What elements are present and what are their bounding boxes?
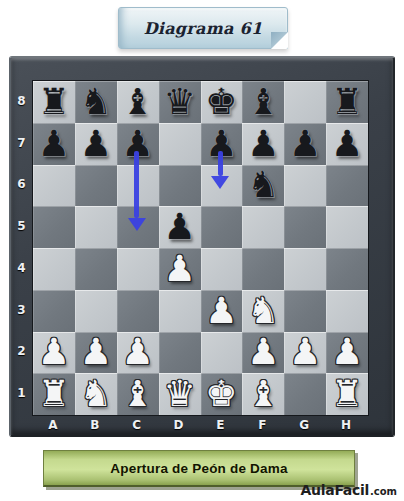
square-c6 <box>117 165 159 207</box>
square-h7: ♟ <box>326 123 368 165</box>
black-knight: ♞ <box>80 84 112 120</box>
black-pawn: ♟ <box>38 126 70 162</box>
square-d7 <box>159 123 201 165</box>
rank-label-3: 3 <box>11 289 32 331</box>
watermark-brand: AulaFacil <box>301 482 369 498</box>
square-e4 <box>201 248 243 290</box>
black-rook: ♜ <box>38 84 70 120</box>
square-h6 <box>326 165 368 207</box>
square-c3 <box>117 290 159 332</box>
square-h5 <box>326 206 368 248</box>
square-g5 <box>284 206 326 248</box>
square-b5 <box>75 206 117 248</box>
square-c8: ♝ <box>117 81 159 123</box>
square-c2: ♟ <box>117 332 159 374</box>
file-label-f: F <box>241 414 283 435</box>
white-king: ♚ <box>205 376 237 412</box>
square-d6 <box>159 165 201 207</box>
square-g7: ♟ <box>284 123 326 165</box>
square-b8: ♞ <box>75 81 117 123</box>
file-label-a: A <box>32 414 74 435</box>
square-g2: ♟ <box>284 332 326 374</box>
square-c4 <box>117 248 159 290</box>
black-pawn: ♟ <box>122 126 154 162</box>
folded-corner-icon <box>271 32 288 49</box>
square-g1 <box>284 373 326 415</box>
white-pawn: ♟ <box>289 334 321 370</box>
square-f2: ♟ <box>242 332 284 374</box>
square-f3: ♞ <box>242 290 284 332</box>
square-g8 <box>284 81 326 123</box>
black-knight: ♞ <box>247 167 279 203</box>
square-f1: ♝ <box>242 373 284 415</box>
square-d8: ♛ <box>159 81 201 123</box>
square-e7: ♟ <box>201 123 243 165</box>
black-pawn: ♟ <box>80 126 112 162</box>
square-h4 <box>326 248 368 290</box>
square-g4 <box>284 248 326 290</box>
white-pawn: ♟ <box>205 293 237 329</box>
square-d2 <box>159 332 201 374</box>
square-e2 <box>201 332 243 374</box>
square-b3 <box>75 290 117 332</box>
rank-label-1: 1 <box>11 372 32 414</box>
diagram-title-plaque: Diagrama 61 <box>118 7 288 49</box>
square-a2: ♟ <box>33 332 75 374</box>
rank-label-4: 4 <box>11 247 32 289</box>
watermark: AulaFacil .com <box>301 482 397 498</box>
file-label-b: B <box>74 414 116 435</box>
square-d5: ♟ <box>159 206 201 248</box>
black-rook: ♜ <box>331 84 363 120</box>
black-bishop: ♝ <box>122 84 154 120</box>
square-f6: ♞ <box>242 165 284 207</box>
black-pawn: ♟ <box>331 126 363 162</box>
black-king: ♚ <box>205 84 237 120</box>
black-bishop: ♝ <box>247 84 279 120</box>
file-label-h: H <box>325 414 367 435</box>
square-f7: ♟ <box>242 123 284 165</box>
white-pawn: ♟ <box>80 334 112 370</box>
black-pawn: ♟ <box>205 126 237 162</box>
square-b4 <box>75 248 117 290</box>
square-f5 <box>242 206 284 248</box>
square-e1: ♚ <box>201 373 243 415</box>
white-bishop: ♝ <box>247 376 279 412</box>
square-c5 <box>117 206 159 248</box>
file-label-c: C <box>116 414 158 435</box>
square-a3 <box>33 290 75 332</box>
square-a7: ♟ <box>33 123 75 165</box>
square-b2: ♟ <box>75 332 117 374</box>
black-queen: ♛ <box>163 84 195 120</box>
white-knight: ♞ <box>80 376 112 412</box>
square-a8: ♜ <box>33 81 75 123</box>
rank-label-5: 5 <box>11 205 32 247</box>
rank-label-2: 2 <box>11 331 32 373</box>
watermark-tld: .com <box>370 486 397 497</box>
white-pawn: ♟ <box>163 251 195 287</box>
file-label-e: E <box>200 414 242 435</box>
square-h8: ♜ <box>326 81 368 123</box>
square-e3: ♟ <box>201 290 243 332</box>
square-d4: ♟ <box>159 248 201 290</box>
white-pawn: ♟ <box>122 334 154 370</box>
square-f8: ♝ <box>242 81 284 123</box>
rank-label-8: 8 <box>11 80 32 122</box>
board-grid: ♜♞♝♛♚♝♜♟♟♟♟♟♟♟♞♟♟♟♞♟♟♟♟♟♟♜♞♝♛♚♝♜ <box>32 80 369 416</box>
rank-label-7: 7 <box>11 122 32 164</box>
diagram-title: Diagrama 61 <box>144 19 263 38</box>
square-b7: ♟ <box>75 123 117 165</box>
white-pawn: ♟ <box>331 334 363 370</box>
square-f4 <box>242 248 284 290</box>
square-c7: ♟ <box>117 123 159 165</box>
white-rook: ♜ <box>331 376 363 412</box>
chess-board: 87654321 ABCDEFGH ♜♞♝♛♚♝♜♟♟♟♟♟♟♟♞♟♟♟♞♟♟♟… <box>9 56 395 437</box>
file-labels: ABCDEFGH <box>32 414 367 435</box>
square-a1: ♜ <box>33 373 75 415</box>
square-h1: ♜ <box>326 373 368 415</box>
square-a4 <box>33 248 75 290</box>
square-e8: ♚ <box>201 81 243 123</box>
square-h3 <box>326 290 368 332</box>
white-knight: ♞ <box>247 293 279 329</box>
square-g6 <box>284 165 326 207</box>
white-pawn: ♟ <box>38 334 70 370</box>
square-b6 <box>75 165 117 207</box>
square-e6 <box>201 165 243 207</box>
rank-labels: 87654321 <box>11 80 32 414</box>
black-pawn: ♟ <box>247 126 279 162</box>
rank-label-6: 6 <box>11 164 32 206</box>
white-bishop: ♝ <box>122 376 154 412</box>
square-d3 <box>159 290 201 332</box>
square-a5 <box>33 206 75 248</box>
page: Diagrama 61 87654321 ABCDEFGH ♜♞♝♛♚♝♜♟♟♟… <box>0 0 404 501</box>
square-h2: ♟ <box>326 332 368 374</box>
black-pawn: ♟ <box>289 126 321 162</box>
file-label-g: G <box>283 414 325 435</box>
opening-name: Apertura de Peón de Dama <box>110 461 287 476</box>
square-g3 <box>284 290 326 332</box>
file-label-d: D <box>158 414 200 435</box>
square-c1: ♝ <box>117 373 159 415</box>
square-b1: ♞ <box>75 373 117 415</box>
white-pawn: ♟ <box>247 334 279 370</box>
white-queen: ♛ <box>163 376 195 412</box>
square-e5 <box>201 206 243 248</box>
black-pawn: ♟ <box>163 209 195 245</box>
square-a6 <box>33 165 75 207</box>
square-d1: ♛ <box>159 373 201 415</box>
white-rook: ♜ <box>38 376 70 412</box>
